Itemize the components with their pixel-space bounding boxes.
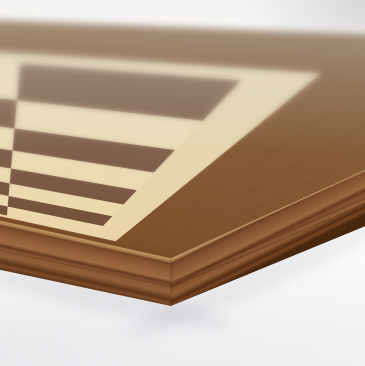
chessboard-svg: [0, 0, 365, 366]
chessboard: [0, 0, 365, 366]
chessboard-photo: [0, 0, 365, 366]
